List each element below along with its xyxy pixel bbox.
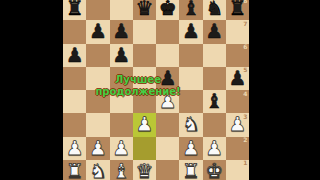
square-h3[interactable]: ♟3 [226,113,249,136]
square-c2[interactable]: ♟ [110,137,133,160]
square-e4[interactable]: ♟ [156,90,179,113]
square-h4[interactable]: 4 [226,90,249,113]
piece-white-queen[interactable]: ♛ [133,160,156,180]
square-d3[interactable]: ♟ [133,113,156,136]
square-h8[interactable]: ♜8 [226,0,249,20]
piece-black-bishop[interactable]: ♝ [203,90,226,113]
square-c1[interactable]: ♝ [110,160,133,180]
square-a6[interactable]: ♟ [63,44,86,67]
square-a7[interactable] [63,20,86,43]
square-e6[interactable] [156,44,179,67]
square-f7[interactable]: ♟ [179,20,202,43]
square-h6[interactable]: 6 [226,44,249,67]
piece-black-pawn[interactable]: ♟ [63,44,86,67]
rank-label-6: 6 [243,44,247,50]
square-b7[interactable]: ♟ [86,20,109,43]
square-g6[interactable] [203,44,226,67]
square-g5[interactable] [203,67,226,90]
piece-white-bishop[interactable]: ♝ [110,160,133,180]
square-b8[interactable] [86,0,109,20]
piece-black-queen[interactable]: ♛ [133,0,156,20]
square-f8[interactable]: ♝ [179,0,202,20]
square-d1[interactable]: ♛ [133,160,156,180]
square-f6[interactable] [179,44,202,67]
piece-white-pawn[interactable]: ♟ [133,113,156,136]
piece-white-pawn[interactable]: ♟ [156,90,179,113]
square-a5[interactable] [63,67,86,90]
piece-white-pawn[interactable]: ♟ [226,113,249,136]
square-d7[interactable] [133,20,156,43]
piece-white-pawn[interactable]: ♟ [179,137,202,160]
square-a3[interactable] [63,113,86,136]
square-b5[interactable] [86,67,109,90]
board-grid: ♜♛♚♝♞♜8♟♟♟♟7♟♟6♟♟5♟♝4♟♞♟3♟♟♟♟♟2♜♞♝♛♜♚1 [63,0,249,180]
square-c4[interactable] [110,90,133,113]
piece-black-rook[interactable]: ♜ [63,0,86,20]
piece-black-pawn[interactable]: ♟ [156,67,179,90]
square-c7[interactable]: ♟ [110,20,133,43]
piece-black-pawn[interactable]: ♟ [226,67,249,90]
piece-white-pawn[interactable]: ♟ [63,137,86,160]
rank-label-7: 7 [243,21,247,27]
square-a8[interactable]: ♜ [63,0,86,20]
square-f5[interactable] [179,67,202,90]
square-h5[interactable]: ♟5 [226,67,249,90]
square-d5[interactable] [133,67,156,90]
square-h7[interactable]: 7 [226,20,249,43]
square-c3[interactable] [110,113,133,136]
piece-black-pawn[interactable]: ♟ [110,20,133,43]
square-b6[interactable] [86,44,109,67]
square-b3[interactable] [86,113,109,136]
piece-white-pawn[interactable]: ♟ [110,137,133,160]
square-c8[interactable] [110,0,133,20]
piece-black-pawn[interactable]: ♟ [110,44,133,67]
piece-black-rook[interactable]: ♜ [226,0,249,20]
square-e1[interactable] [156,160,179,180]
rank-label-2: 2 [243,137,247,143]
letterbox-left [0,0,63,180]
piece-white-king[interactable]: ♚ [203,160,226,180]
piece-black-bishop[interactable]: ♝ [179,0,202,20]
piece-white-knight[interactable]: ♞ [179,113,202,136]
piece-white-knight[interactable]: ♞ [86,160,109,180]
piece-white-rook[interactable]: ♜ [179,160,202,180]
square-c6[interactable]: ♟ [110,44,133,67]
piece-black-pawn[interactable]: ♟ [179,20,202,43]
square-g7[interactable]: ♟ [203,20,226,43]
square-g3[interactable] [203,113,226,136]
square-b2[interactable]: ♟ [86,137,109,160]
square-c5[interactable] [110,67,133,90]
piece-white-pawn[interactable]: ♟ [86,137,109,160]
square-a1[interactable]: ♜ [63,160,86,180]
square-f4[interactable] [179,90,202,113]
square-h2[interactable]: 2 [226,137,249,160]
square-g2[interactable]: ♟ [203,137,226,160]
rank-label-4: 4 [243,91,247,97]
square-e7[interactable] [156,20,179,43]
square-d6[interactable] [133,44,156,67]
square-b4[interactable] [86,90,109,113]
square-e2[interactable] [156,137,179,160]
square-f3[interactable]: ♞ [179,113,202,136]
square-e5[interactable]: ♟ [156,67,179,90]
piece-black-king[interactable]: ♚ [156,0,179,20]
square-f2[interactable]: ♟ [179,137,202,160]
square-a2[interactable]: ♟ [63,137,86,160]
square-a4[interactable] [63,90,86,113]
square-e3[interactable] [156,113,179,136]
piece-white-rook[interactable]: ♜ [63,160,86,180]
square-d2[interactable] [133,137,156,160]
square-g1[interactable]: ♚ [203,160,226,180]
letterbox-right [249,0,320,180]
video-frame: ♜♛♚♝♞♜8♟♟♟♟7♟♟6♟♟5♟♝4♟♞♟3♟♟♟♟♟2♜♞♝♛♜♚1 Л… [0,0,320,180]
square-h1[interactable]: 1 [226,160,249,180]
square-g4[interactable]: ♝ [203,90,226,113]
square-b1[interactable]: ♞ [86,160,109,180]
square-d8[interactable]: ♛ [133,0,156,20]
piece-white-pawn[interactable]: ♟ [203,137,226,160]
rank-label-1: 1 [243,160,247,166]
piece-black-knight[interactable]: ♞ [203,0,226,20]
square-e8[interactable]: ♚ [156,0,179,20]
piece-black-pawn[interactable]: ♟ [203,20,226,43]
square-d4[interactable] [133,90,156,113]
square-f1[interactable]: ♜ [179,160,202,180]
chess-board: ♜♛♚♝♞♜8♟♟♟♟7♟♟6♟♟5♟♝4♟♞♟3♟♟♟♟♟2♜♞♝♛♜♚1 [63,0,249,180]
piece-black-pawn[interactable]: ♟ [86,20,109,43]
square-g8[interactable]: ♞ [203,0,226,20]
